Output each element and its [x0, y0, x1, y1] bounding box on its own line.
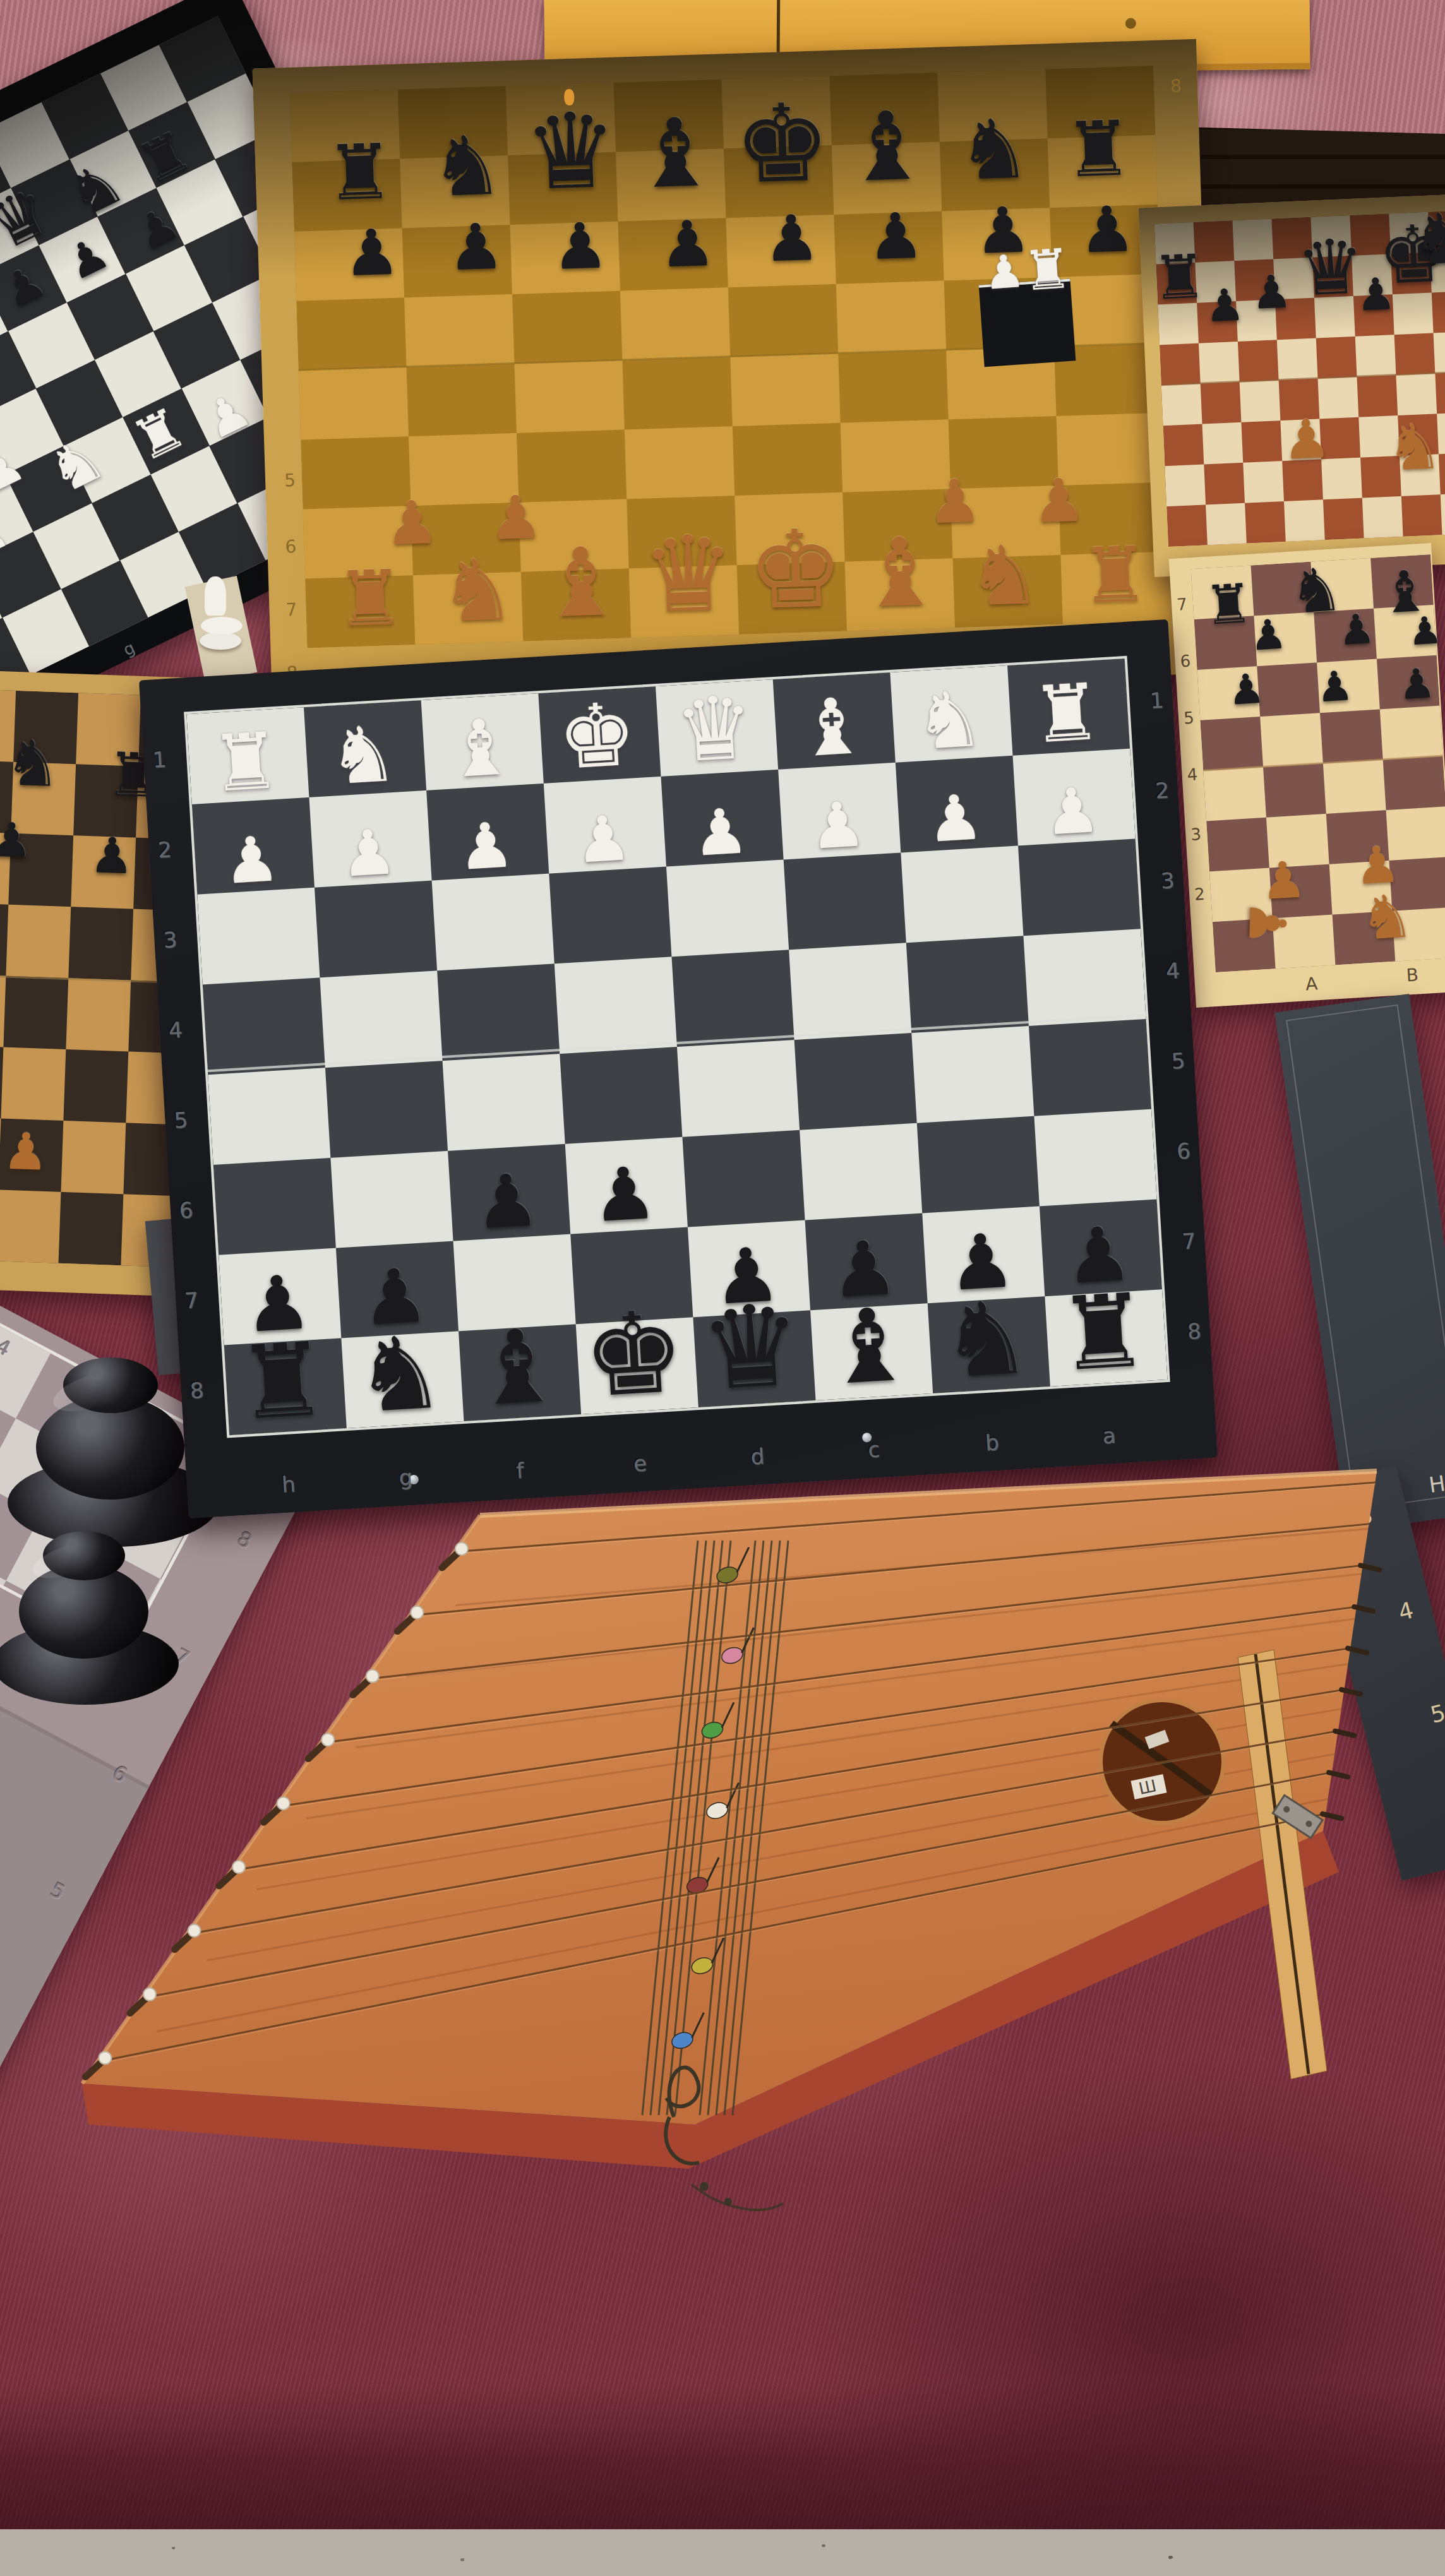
piece-wood-knight[interactable]: ♞ [1325, 884, 1445, 951]
white-cone-piece [205, 576, 226, 616]
square-c6[interactable] [800, 1123, 922, 1220]
square-f3[interactable] [432, 874, 555, 971]
piece-white-king-e1[interactable]: ♚ [536, 689, 659, 784]
coord-label-A: A [1305, 975, 1318, 993]
square-e5[interactable] [560, 1047, 682, 1144]
knot-hole [1125, 18, 1136, 29]
piece-white-pawn-e2[interactable]: ♟ [543, 804, 664, 874]
square-g6[interactable] [330, 1151, 453, 1248]
square-e4[interactable] [555, 957, 677, 1054]
wooden-board-top-center[interactable]: EDCBA56788♜♞♛♝♚♝♞♜♟♟♟♟♟♟♟♟♟♟♟♟♜♞♝♛♚♝♞♜ [253, 39, 1216, 703]
main-chess-board[interactable]: 1122334455667788hgfedcba♜♞♝♚♛♝♞♜♟♟♟♟♟♟♟♟… [139, 619, 1218, 1518]
coord-label-2: 2 [1194, 886, 1205, 903]
piece-white-pawn-c2[interactable]: ♟ [777, 790, 899, 860]
market-scene: 7654ged♝♝♛♞♜♟♟♟♟♟♟♞♜♟ EDCBA56788♜♞♛♝♚♝♞♜… [0, 0, 1445, 2576]
piece-wood-pawn[interactable]: ♟ [1240, 872, 1293, 974]
piece-white-pawn-h2[interactable]: ♟ [191, 825, 312, 895]
piece-black-knight-g8[interactable]: ♞ [338, 1321, 461, 1429]
square-g3[interactable] [315, 881, 437, 978]
piece-white-pawn-g2[interactable]: ♟ [308, 818, 429, 888]
rank-label-7-right: 7 [1182, 1230, 1197, 1252]
piece-black-pawn-f6[interactable]: ♟ [447, 1162, 568, 1241]
piece-wood-pawn[interactable]: ♟ [0, 1125, 77, 1179]
rank-label-3-right: 3 [1160, 869, 1175, 891]
coord-label-5: 5 [284, 472, 296, 490]
coord-label-3: 3 [1190, 826, 1202, 843]
rank-label-5-left: 5 [173, 1109, 188, 1131]
piece-black-pawn[interactable]: ♟ [0, 815, 59, 866]
birch-board-right[interactable]: 765432AB♜♟♞♟♝♟♟♟♟♟♟♟♞ [1169, 543, 1445, 1008]
rank-label-6-left: 6 [179, 1199, 194, 1221]
piece-black-bishop-f8[interactable]: ♝ [455, 1314, 579, 1422]
square-a5[interactable] [1029, 1019, 1151, 1116]
square-a3[interactable] [1018, 838, 1141, 936]
piece-black-pawn-e6[interactable]: ♟ [563, 1155, 685, 1234]
coord-label-B: B [1406, 966, 1419, 984]
rank-label-6-right: 6 [1176, 1140, 1191, 1162]
piece-wood-knight[interactable]: ♞ [1350, 414, 1445, 482]
square-c3[interactable] [784, 853, 906, 950]
mahogany-board-top-right[interactable]: ♜♟♟♛♟♚♞♟♞ [1138, 194, 1445, 577]
rank-label-8-left: 8 [189, 1379, 205, 1401]
rank-label-8-right: 8 [1187, 1320, 1202, 1342]
white-mini-pieces[interactable]: ♟ ♜ [976, 238, 1086, 371]
piece-white-bishop-f1[interactable]: ♝ [419, 706, 541, 790]
square-b4[interactable] [906, 936, 1029, 1033]
coord-label-6: 6 [285, 538, 297, 556]
piece-white-knight-b1[interactable]: ♞ [889, 678, 1010, 763]
square-b5[interactable] [911, 1026, 1034, 1123]
coord-label-8: 8 [1170, 78, 1182, 96]
white-disc [201, 617, 243, 635]
velvet-fold-shadow [0, 2380, 1445, 2538]
rank-label-2-right: 2 [1154, 779, 1170, 801]
piece-white-pawn-b2[interactable]: ♟ [894, 784, 1016, 853]
square-b3[interactable] [901, 845, 1023, 943]
piece-wood-pawn[interactable]: ♟ [998, 469, 1120, 533]
square-d4[interactable] [671, 950, 794, 1047]
piece-black-king-e8[interactable]: ♚ [572, 1295, 696, 1415]
square-c4[interactable] [789, 943, 911, 1040]
ground-strip [0, 2529, 1445, 2576]
piece-black-queen-d8[interactable]: ♛ [689, 1288, 813, 1408]
coord-label-4: 4 [1187, 766, 1198, 783]
piece-white-pawn-a2[interactable]: ♟ [1012, 777, 1133, 846]
square-d5[interactable] [677, 1040, 800, 1137]
piece-white-rook-a1[interactable]: ♜ [1005, 671, 1127, 756]
square-g5[interactable] [325, 1061, 448, 1158]
piece-white-pawn-f2[interactable]: ♟ [426, 811, 547, 881]
rank-label-2-left: 2 [157, 838, 172, 861]
square-c5[interactable] [794, 1033, 917, 1130]
rank-label-7-left: 7 [184, 1289, 199, 1311]
piece-white-bishop-c1[interactable]: ♝ [771, 685, 893, 770]
piece-wood-pawn[interactable]: ♟ [1252, 410, 1362, 468]
piece-black-rook-a8[interactable]: ♜ [1041, 1279, 1165, 1386]
piece-black-rook[interactable]: ♜ [1021, 109, 1175, 189]
piece-black-knight[interactable]: ♞ [1371, 201, 1445, 277]
square-f4[interactable] [437, 963, 560, 1061]
piece-white-pawn-d2[interactable]: ♟ [660, 797, 781, 867]
rank-label-1-right: 1 [1149, 689, 1165, 711]
piece-white-rook: ♜ [1015, 241, 1079, 299]
square-d3[interactable] [666, 860, 789, 957]
square-h6[interactable] [213, 1158, 336, 1255]
square-b6[interactable] [917, 1116, 1040, 1213]
square-f5[interactable] [443, 1054, 565, 1151]
piece-white-knight-g1[interactable]: ♞ [302, 713, 424, 797]
square-e3[interactable] [549, 867, 671, 964]
piece-black-pawn[interactable]: ♟ [1386, 609, 1445, 652]
piece-wood-rook[interactable]: ♜ [0, 1182, 34, 1246]
square-g4[interactable] [320, 970, 442, 1068]
piece-black-pawn[interactable]: ♟ [62, 830, 162, 882]
square-d6[interactable] [682, 1130, 805, 1227]
piece-black-bishop-c8[interactable]: ♝ [807, 1293, 930, 1401]
square-a4[interactable] [1023, 929, 1146, 1026]
coord-label-g: g [121, 639, 137, 659]
white-disc [200, 632, 241, 650]
rank-label-4-left: 4 [168, 1019, 183, 1041]
rank-label-3-left: 3 [162, 929, 177, 951]
square-h5[interactable] [208, 1068, 330, 1165]
coord-label-5: 5 [1183, 709, 1194, 726]
rank-label-5-right: 5 [1171, 1049, 1186, 1071]
square-a6[interactable] [1034, 1109, 1156, 1207]
piece-black-rook-h8[interactable]: ♜ [221, 1328, 344, 1436]
piece-black-pawn[interactable]: ♟ [1293, 664, 1377, 710]
rank-label-1-left: 1 [152, 748, 167, 770]
piece-black-pawn[interactable]: ♟ [1204, 666, 1289, 712]
rank-label-4-right: 4 [1165, 960, 1180, 982]
piece-black-pawn[interactable]: ♟ [1375, 661, 1445, 707]
coord-label-6: 6 [1180, 653, 1191, 670]
square-h3[interactable] [197, 888, 320, 985]
piece-white-rook-h1[interactable]: ♜ [185, 720, 307, 804]
square-h4[interactable] [203, 977, 325, 1075]
piece-white-queen-d1[interactable]: ♛ [653, 683, 776, 777]
piece-black-knight-b8[interactable]: ♞ [925, 1285, 1048, 1393]
gusli-psaltery[interactable]: Ш [35, 1436, 1445, 2257]
